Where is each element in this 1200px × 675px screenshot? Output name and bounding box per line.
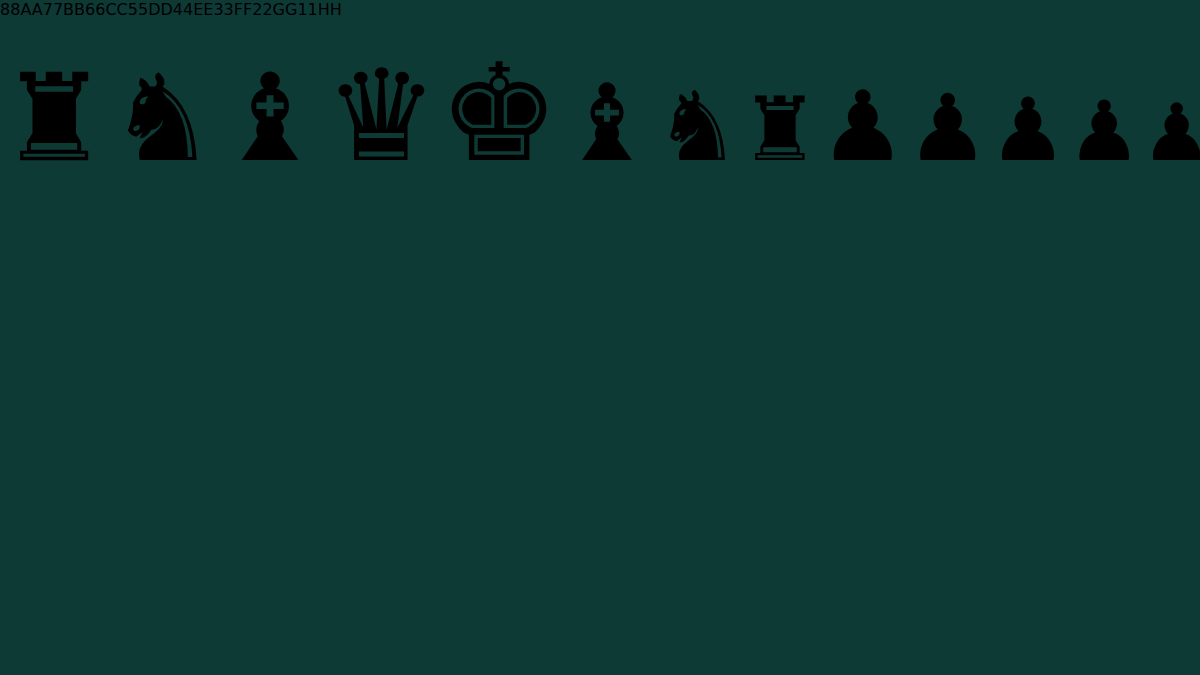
coordinate-label-rank-5-left: 5 xyxy=(128,0,138,19)
pieces-layer: ♜♞♝♛♚♝♞♜♟♟♟♟♟♟♟♟♜♞♝♛♚♝♞♜♟♟♟♟♟♟♟♟ xyxy=(0,19,1200,196)
piece-black-pawn-c7[interactable]: ♟ xyxy=(989,79,1067,181)
coordinate-label-file-D-bottom: D xyxy=(160,0,172,19)
coordinate-label-rank-4-right: 4 xyxy=(183,0,193,19)
chessboard-frame: 88AA77BB66CC55DD44EE33FF22GG11HH xyxy=(0,0,1200,19)
coordinate-label-rank-8-right: 8 xyxy=(10,0,20,19)
coordinate-label-file-E-top: E xyxy=(193,0,203,19)
coordinate-label-file-B-top: B xyxy=(63,0,74,19)
piece-black-rook-a8[interactable]: ♜ xyxy=(0,48,108,189)
coordinate-label-file-E-bottom: E xyxy=(203,0,213,19)
coordinate-label-rank-2-right: 2 xyxy=(262,0,272,19)
coordinate-label-rank-6-left: 6 xyxy=(85,0,95,19)
piece-black-knight-b8[interactable]: ♞ xyxy=(108,49,216,188)
coordinate-label-file-A-bottom: A xyxy=(32,0,43,19)
coordinate-label-rank-2-left: 2 xyxy=(252,0,262,19)
coordinate-label-file-B-bottom: B xyxy=(74,0,85,19)
piece-black-bishop-c8[interactable]: ♝ xyxy=(216,48,324,189)
coordinate-label-file-F-top: F xyxy=(234,0,243,19)
piece-black-bishop-f8[interactable]: ♝ xyxy=(559,62,654,185)
coordinate-label-file-G-bottom: G xyxy=(285,0,297,19)
piece-black-rook-h8[interactable]: ♜ xyxy=(741,78,820,181)
coordinate-label-rank-4-left: 4 xyxy=(173,0,183,19)
coordinate-label-file-G-top: G xyxy=(273,0,285,19)
coordinate-label-file-C-top: C xyxy=(105,0,116,19)
coordinate-label-file-H-bottom: H xyxy=(330,0,342,19)
coordinate-label-file-D-top: D xyxy=(148,0,160,19)
coordinate-label-rank-1-left: 1 xyxy=(297,0,307,19)
coordinate-label-rank-8-left: 8 xyxy=(0,0,10,19)
coordinate-label-rank-1-right: 1 xyxy=(308,0,318,19)
piece-black-knight-g8[interactable]: ♞ xyxy=(654,71,740,183)
coordinate-label-file-H-top: H xyxy=(318,0,330,19)
coordinate-label-file-F-bottom: F xyxy=(243,0,252,19)
piece-black-king-e8[interactable]: ♚ xyxy=(438,35,559,192)
piece-black-pawn-a7[interactable]: ♟ xyxy=(819,70,906,183)
piece-black-pawn-b7[interactable]: ♟ xyxy=(906,75,988,182)
coordinate-label-rank-3-right: 3 xyxy=(224,0,234,19)
coordinate-label-rank-7-right: 7 xyxy=(53,0,63,19)
coordinate-label-file-C-bottom: C xyxy=(117,0,128,19)
piece-black-pawn-d7[interactable]: ♟ xyxy=(1067,83,1141,180)
coordinate-label-rank-5-right: 5 xyxy=(138,0,148,19)
coordinate-label-rank-3-left: 3 xyxy=(213,0,223,19)
coordinate-label-rank-6-right: 6 xyxy=(95,0,105,19)
coordinate-label-rank-7-left: 7 xyxy=(43,0,53,19)
piece-black-queen-d8[interactable]: ♛ xyxy=(325,42,439,190)
piece-black-pawn-e7[interactable]: ♟ xyxy=(1141,87,1200,179)
coordinate-label-file-A-top: A xyxy=(20,0,31,19)
